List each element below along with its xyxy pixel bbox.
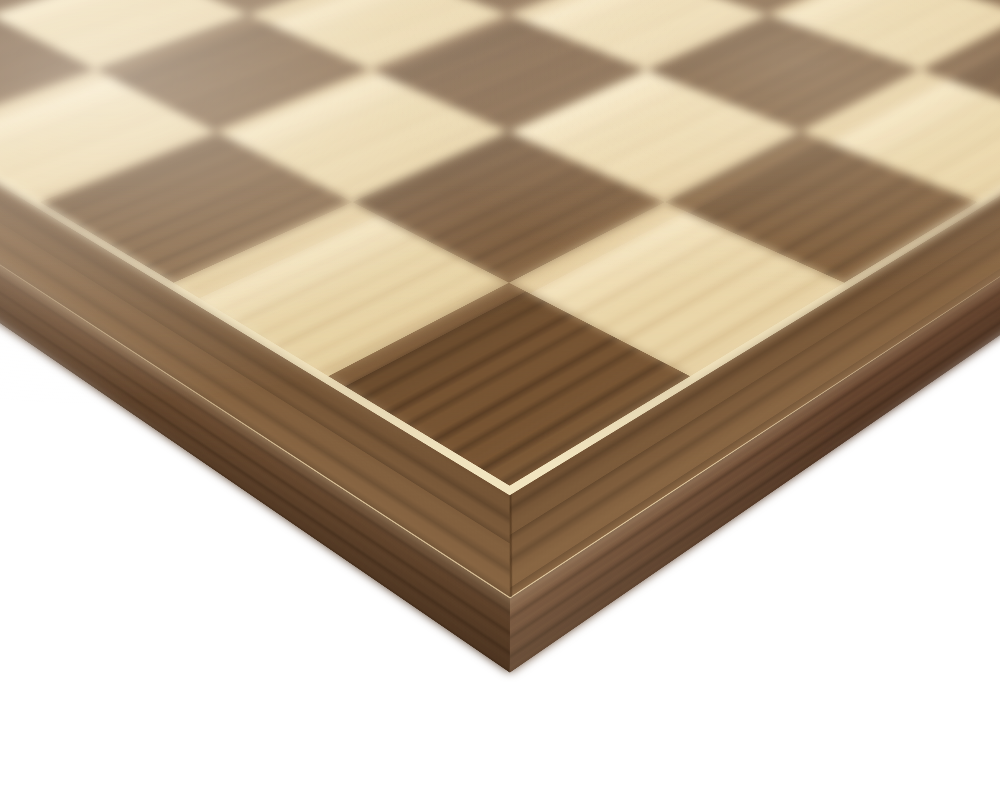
board-top-surface — [0, 0, 1000, 597]
board-photo-sharp-layer — [0, 0, 1000, 800]
chessboard-product-photo — [0, 0, 1000, 800]
